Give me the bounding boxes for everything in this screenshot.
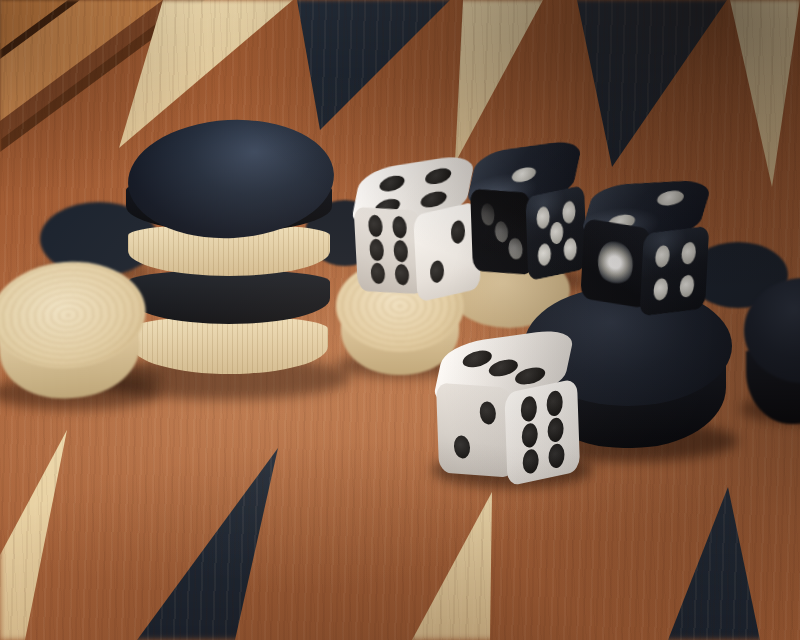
die-pip [370, 262, 386, 285]
die-pip [424, 166, 452, 185]
die-pip [369, 238, 385, 261]
die-pip [561, 200, 575, 225]
die-pip [511, 166, 538, 184]
die-pip [681, 241, 697, 264]
die-black-right [579, 179, 714, 320]
die-face-front-left [354, 207, 424, 294]
die-black-rear [468, 144, 589, 284]
die-pip [653, 277, 669, 300]
die-pip [377, 174, 405, 193]
die-face-front-right [640, 225, 710, 316]
die-white-front [433, 334, 582, 489]
die-white-rear [350, 159, 483, 305]
die-pip [548, 442, 565, 470]
die-face-front-left [470, 188, 533, 274]
die-pip [563, 237, 577, 262]
die-pip [537, 242, 551, 267]
die-pip [509, 237, 523, 259]
die-face-front-right [504, 378, 580, 486]
die-pip [547, 416, 564, 444]
die-pip [451, 219, 466, 245]
die-pip [549, 221, 563, 246]
die-face-front-right [525, 185, 587, 282]
stack-checker-4-cream [132, 316, 328, 374]
die-pip [655, 244, 671, 267]
die-pip [481, 203, 495, 225]
checker-black-far-right [744, 278, 800, 424]
die-pip [520, 395, 537, 423]
die-pip [546, 390, 563, 418]
die-pip [597, 238, 634, 288]
die-pip [461, 349, 494, 370]
die-pip [495, 220, 509, 242]
die-pip [514, 366, 547, 387]
die-pip [480, 401, 497, 426]
die-pip [522, 447, 539, 475]
die-pip [394, 263, 410, 286]
die-pip [419, 190, 447, 209]
die-pip [487, 357, 520, 378]
checker-stack [126, 120, 340, 382]
die-pip [655, 190, 685, 206]
stack-checker-3-black [128, 270, 330, 324]
die-pip [368, 215, 384, 238]
die-pip [679, 274, 695, 297]
backgammon-photo-scene [0, 0, 800, 640]
checker-cream-front-left [0, 256, 153, 405]
die-pip [393, 240, 409, 263]
die-pip [454, 435, 471, 460]
die-pip [536, 205, 550, 230]
die-face-front-left [436, 383, 514, 478]
die-pip [430, 259, 445, 285]
die-pip [521, 421, 538, 449]
die-pip [392, 216, 408, 239]
